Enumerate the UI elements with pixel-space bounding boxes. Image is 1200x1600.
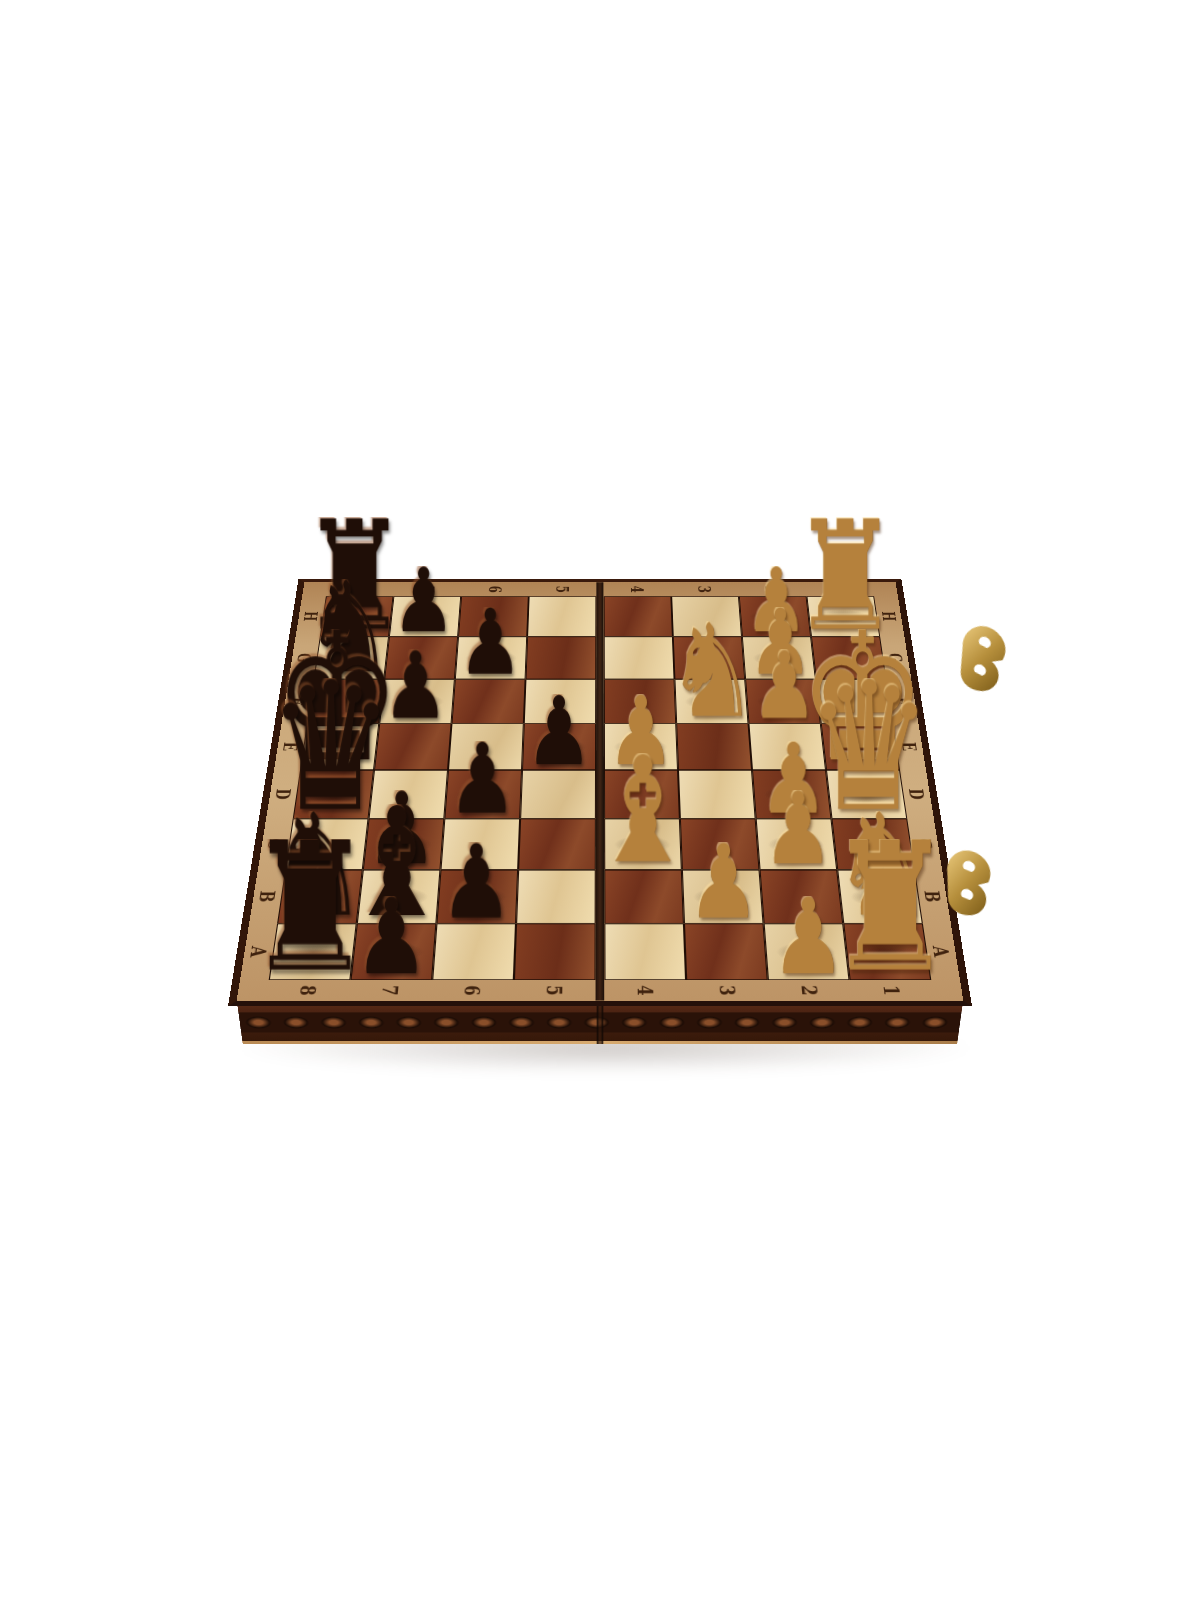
- square-c4[interactable]: ♝: [604, 819, 682, 870]
- square-f6[interactable]: [452, 679, 526, 723]
- piece-black-pawn-g6[interactable]: ♟: [458, 607, 523, 678]
- square-a5[interactable]: [514, 924, 596, 981]
- square-b5[interactable]: [516, 870, 596, 924]
- square-h4[interactable]: [604, 596, 673, 637]
- square-b3[interactable]: ♟: [682, 870, 764, 924]
- square-a8[interactable]: ♜: [269, 924, 357, 981]
- square-c5[interactable]: [518, 819, 596, 870]
- square-g6[interactable]: ♟: [455, 637, 527, 679]
- piece-white-knight-f3[interactable]: ♞: [666, 621, 758, 721]
- chess-board: 8877665544332211HHGGFFEEDDCCBBAA♜♟♟♜♞♟♟♟…: [228, 579, 972, 1007]
- square-g5[interactable]: [526, 637, 597, 679]
- piece-black-pawn-e5[interactable]: ♟: [525, 694, 593, 768]
- square-a6[interactable]: [432, 924, 516, 981]
- brass-clasp-lower[interactable]: [932, 838, 1009, 930]
- piece-white-bishop-c4[interactable]: ♝: [590, 753, 695, 867]
- box-front-side: [237, 1001, 964, 1044]
- square-e5[interactable]: ♟: [522, 724, 596, 770]
- piece-white-pawn-c2[interactable]: ♟: [762, 790, 833, 868]
- piece-black-rook-a8[interactable]: ♜: [246, 838, 374, 977]
- square-a4[interactable]: [604, 924, 686, 981]
- square-d6[interactable]: ♟: [444, 770, 522, 819]
- square-a1[interactable]: ♜: [843, 924, 931, 981]
- board-face: 8877665544332211HHGGFFEEDDCCBBAA♜♟♟♜♞♟♟♟…: [237, 582, 964, 1000]
- square-b4[interactable]: [604, 870, 684, 924]
- brass-clasp-upper[interactable]: [943, 611, 1027, 708]
- square-a3[interactable]: [684, 924, 768, 981]
- piece-white-pawn-b3[interactable]: ♟: [687, 842, 760, 922]
- square-h5[interactable]: [527, 596, 596, 637]
- square-c2[interactable]: ♟: [756, 819, 838, 870]
- square-d5[interactable]: [520, 770, 596, 819]
- square-f3[interactable]: ♞: [674, 679, 748, 723]
- chess-set-scene: 8877665544332211HHGGFFEEDDCCBBAA♜♟♟♜♞♟♟♟…: [267, 441, 933, 1099]
- box-fold-line: [597, 1001, 604, 1044]
- piece-black-pawn-d6[interactable]: ♟: [447, 741, 517, 817]
- square-g4[interactable]: [604, 637, 675, 679]
- product-photo: 8877665544332211HHGGFFEEDDCCBBAA♜♟♟♜♞♟♟♟…: [0, 0, 1200, 1600]
